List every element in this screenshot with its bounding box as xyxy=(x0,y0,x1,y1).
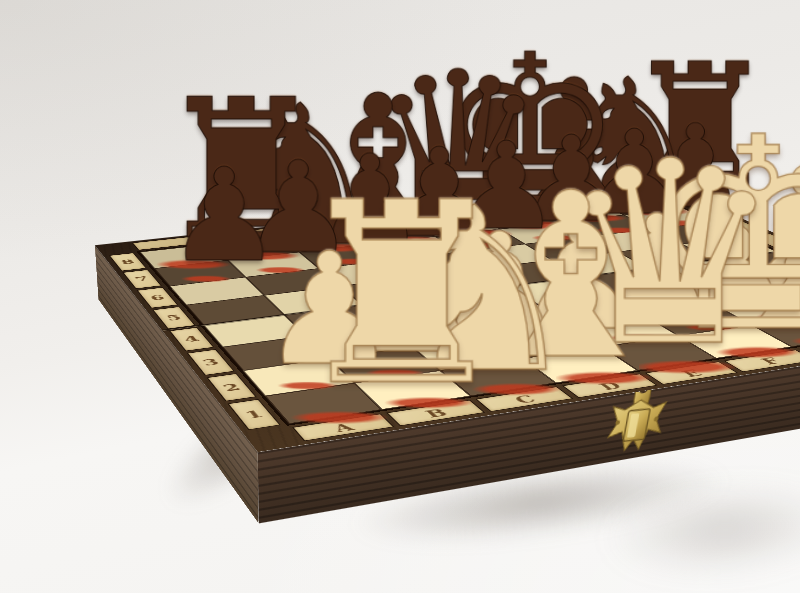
scene: 87654321 ABCDEFGH ♜♞♝♛♚♝♞♜♟♟♟♟♟♟♟♟♟♟♟♟♟♟… xyxy=(0,0,800,593)
photo-canvas: 87654321 ABCDEFGH ♜♞♝♛♚♝♞♜♟♟♟♟♟♟♟♟♟♟♟♟♟♟… xyxy=(0,0,800,593)
chessboard: 87654321 ABCDEFGH ♜♞♝♛♚♝♞♜♟♟♟♟♟♟♟♟♟♟♟♟♟♟… xyxy=(95,184,800,452)
